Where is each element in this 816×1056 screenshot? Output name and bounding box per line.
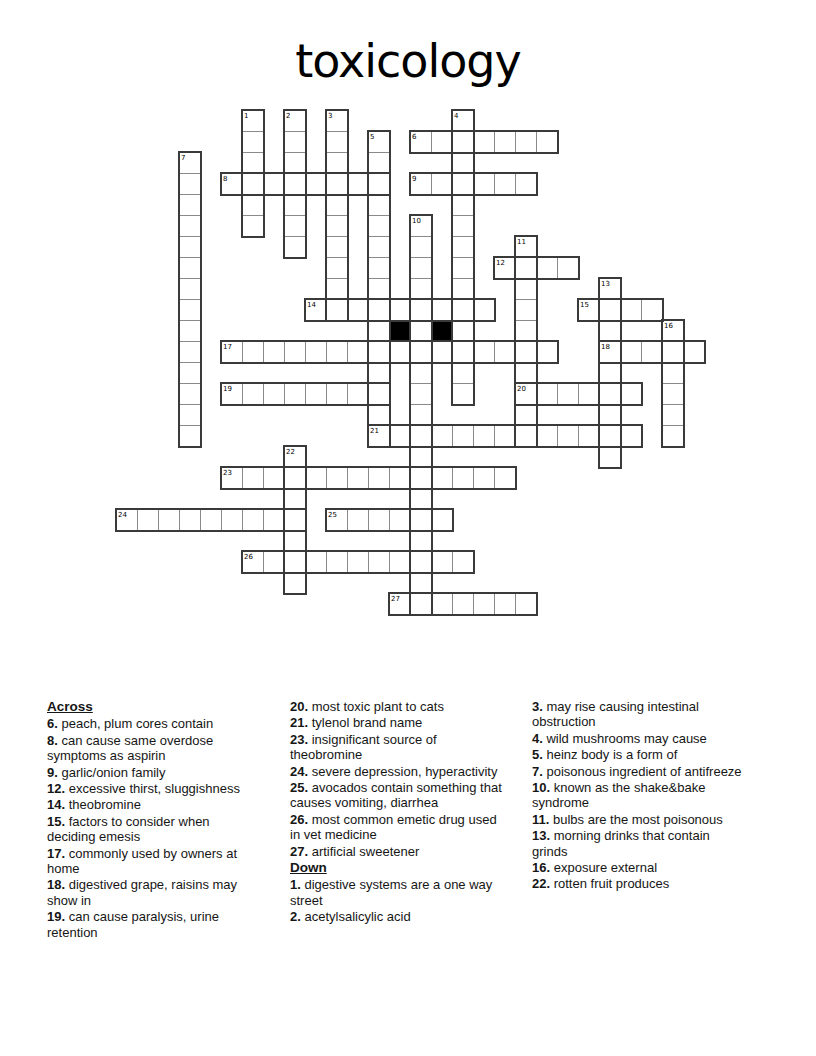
clue-number-label: 12.	[47, 781, 65, 796]
grid-cell[interactable]	[578, 383, 600, 405]
clue-number-label: 2.	[290, 909, 301, 924]
grid-cell[interactable]	[221, 467, 243, 489]
grid-cell[interactable]	[284, 551, 306, 573]
grid-cell[interactable]	[242, 383, 264, 405]
crossword-page: toxicology 68912141517181920212324252627…	[0, 0, 816, 1056]
grid-cell[interactable]	[179, 341, 201, 363]
grid-cell[interactable]	[494, 341, 516, 363]
grid-cell[interactable]	[179, 236, 201, 258]
clue-number-label: 11.	[532, 812, 549, 827]
grid-cell[interactable]	[452, 320, 474, 342]
grid-cell[interactable]	[347, 299, 369, 321]
grid-cell[interactable]	[662, 362, 684, 384]
grid-cell[interactable]	[473, 173, 495, 195]
grid-cell[interactable]	[452, 131, 474, 153]
grid-cell[interactable]	[179, 383, 201, 405]
clue-across-17: 17. commonly used by owners at home	[47, 846, 261, 877]
grid-cell[interactable]	[410, 509, 432, 531]
clue-down-3: 3. may rise causing intestinal obstructi…	[532, 699, 746, 730]
grid-cell[interactable]	[515, 425, 537, 447]
grid-cell[interactable]	[662, 341, 684, 363]
grid-cell[interactable]	[410, 425, 432, 447]
clues-column-2: 20. most toxic plant to cats21. tylenol …	[290, 699, 504, 926]
clue-number-label: 6.	[47, 716, 58, 731]
grid-cell[interactable]	[410, 320, 432, 342]
grid-cell[interactable]	[557, 257, 579, 279]
grid-cell[interactable]	[494, 467, 516, 489]
grid-cell[interactable]	[431, 593, 453, 615]
clue-number-label: 4.	[532, 731, 543, 746]
grid-cell[interactable]	[536, 383, 558, 405]
grid-cell[interactable]	[599, 299, 621, 321]
grid-cell[interactable]	[326, 173, 348, 195]
grid-cell[interactable]	[368, 362, 390, 384]
clue-down-16: 16. exposure external	[532, 860, 746, 875]
clue-number-label: 24.	[290, 764, 308, 779]
grid-cell[interactable]	[452, 278, 474, 300]
grid-cell[interactable]	[389, 593, 411, 615]
grid-cell[interactable]	[452, 299, 474, 321]
grid-cell[interactable]	[326, 236, 348, 258]
grid-cell[interactable]	[662, 425, 684, 447]
grid-cell[interactable]	[431, 299, 453, 321]
grid-cell[interactable]	[263, 383, 285, 405]
grid-cell[interactable]	[452, 173, 474, 195]
grid-cell[interactable]	[368, 425, 390, 447]
clue-across-27: 27. artificial sweetener	[290, 844, 504, 859]
grid-cell[interactable]	[473, 593, 495, 615]
across-heading: Across	[47, 699, 261, 714]
grid-cell[interactable]	[473, 299, 495, 321]
clues-column-3: 3. may rise causing intestinal obstructi…	[532, 699, 746, 893]
clue-across-24: 24. severe depression, hyperactivity	[290, 764, 504, 779]
grid-cell[interactable]	[515, 404, 537, 426]
grid-cell[interactable]	[200, 509, 222, 531]
grid-cell[interactable]	[452, 152, 474, 174]
grid-cell[interactable]	[326, 299, 348, 321]
grid-cell[interactable]	[410, 278, 432, 300]
grid-cell[interactable]	[578, 299, 600, 321]
clue-across-12: 12. excessive thirst, sluggishness	[47, 781, 261, 796]
clue-across-20: 20. most toxic plant to cats	[290, 699, 504, 714]
grid-cell[interactable]	[347, 467, 369, 489]
grid-cell[interactable]	[368, 299, 390, 321]
grid-cell[interactable]	[431, 131, 453, 153]
grid-cell[interactable]	[326, 383, 348, 405]
grid-cell[interactable]	[242, 152, 264, 174]
grid-cell[interactable]	[242, 215, 264, 237]
black-cell	[431, 320, 453, 342]
clue-number-label: 20.	[290, 699, 308, 714]
clue-number-label: 7.	[532, 764, 543, 779]
grid-cell[interactable]	[431, 467, 453, 489]
grid-cell[interactable]	[305, 383, 327, 405]
grid-cell[interactable]	[410, 362, 432, 384]
grid-cell[interactable]	[452, 236, 474, 258]
grid-cell[interactable]	[620, 341, 642, 363]
grid-cell[interactable]	[662, 404, 684, 426]
grid-cell[interactable]	[221, 341, 243, 363]
clue-down-2: 2. acetylsalicylic acid	[290, 909, 504, 924]
grid-cell[interactable]	[284, 341, 306, 363]
grid-cell[interactable]	[242, 467, 264, 489]
grid-cell[interactable]	[242, 551, 264, 573]
grid-cell[interactable]	[515, 257, 537, 279]
grid-cell[interactable]	[221, 173, 243, 195]
grid-cell[interactable]	[410, 257, 432, 279]
clue-across-23: 23. insignificant source of theobromine	[290, 732, 504, 763]
grid-cell[interactable]	[452, 194, 474, 216]
grid-cell[interactable]	[242, 173, 264, 195]
clue-down-7: 7. poisonous ingredient of antifreeze	[532, 764, 746, 779]
clue-across-25: 25. avocados contain something that caus…	[290, 780, 504, 811]
grid-cell[interactable]	[452, 362, 474, 384]
grid-cell[interactable]	[368, 257, 390, 279]
clue-number-label: 1.	[290, 877, 301, 892]
grid-cell[interactable]	[368, 341, 390, 363]
grid-cell[interactable]	[515, 278, 537, 300]
grid-cell[interactable]	[305, 551, 327, 573]
clue-number-label: 13.	[532, 828, 550, 843]
grid-cell[interactable]	[410, 572, 432, 594]
grid-cell[interactable]	[368, 467, 390, 489]
clue-across-8: 8. can cause same overdose symptoms as a…	[47, 733, 261, 764]
grid-cell[interactable]	[641, 341, 663, 363]
grid-cell[interactable]	[368, 173, 390, 195]
grid-cell[interactable]	[389, 551, 411, 573]
clue-number-label: 8.	[47, 733, 58, 748]
clue-number-label: 17.	[47, 846, 65, 861]
grid-cell[interactable]	[452, 593, 474, 615]
grid-cell[interactable]	[452, 467, 474, 489]
clue-number-label: 27.	[290, 844, 308, 859]
grid-cell[interactable]	[494, 593, 516, 615]
grid-cell[interactable]	[410, 299, 432, 321]
grid-cell[interactable]	[515, 320, 537, 342]
grid-cell[interactable]	[284, 236, 306, 258]
grid-cell[interactable]	[284, 446, 306, 468]
grid-cell[interactable]	[284, 467, 306, 489]
grid-cell[interactable]	[515, 299, 537, 321]
grid-cell[interactable]	[326, 152, 348, 174]
down-heading: Down	[290, 860, 504, 875]
grid-cell[interactable]	[536, 131, 558, 153]
grid-cell[interactable]	[536, 257, 558, 279]
grid-cell[interactable]	[452, 383, 474, 405]
clue-number-label: 5.	[532, 747, 543, 762]
grid-cell[interactable]	[578, 425, 600, 447]
grid-cell[interactable]	[284, 152, 306, 174]
grid-cell[interactable]	[431, 425, 453, 447]
clue-down-11: 11. bulbs are the most poisonous	[532, 812, 746, 827]
grid-cell[interactable]	[179, 173, 201, 195]
grid-cell[interactable]	[242, 509, 264, 531]
clue-across-26: 26. most common emetic drug used in vet …	[290, 812, 504, 843]
grid-cell[interactable]	[389, 341, 411, 363]
grid-cell[interactable]	[305, 299, 327, 321]
grid-cell[interactable]	[284, 383, 306, 405]
grid-cell[interactable]	[452, 341, 474, 363]
grid-cell[interactable]	[347, 173, 369, 195]
grid-cell[interactable]	[515, 383, 537, 405]
grid-cell[interactable]	[221, 383, 243, 405]
grid-cell[interactable]	[620, 425, 642, 447]
grid-cell[interactable]	[221, 509, 243, 531]
grid-cell[interactable]	[473, 425, 495, 447]
clue-across-14: 14. theobromine	[47, 797, 261, 812]
grid-cell[interactable]	[431, 173, 453, 195]
clue-across-9: 9. garlic/onion family	[47, 765, 261, 780]
grid-cell[interactable]	[515, 593, 537, 615]
grid-cell[interactable]	[284, 530, 306, 552]
clue-across-18: 18. digestived grape, raisins may show i…	[47, 877, 261, 908]
grid-cell[interactable]	[473, 131, 495, 153]
clue-number-label: 23.	[290, 732, 308, 747]
grid-cell[interactable]	[494, 131, 516, 153]
grid-cell[interactable]	[389, 425, 411, 447]
grid-cell[interactable]	[599, 341, 621, 363]
clue-number-label: 10.	[532, 780, 550, 795]
grid-cell[interactable]	[683, 341, 705, 363]
grid-cell[interactable]	[410, 530, 432, 552]
grid-cell[interactable]	[326, 341, 348, 363]
grid-cell[interactable]	[410, 593, 432, 615]
grid-cell[interactable]	[179, 257, 201, 279]
grid-cell[interactable]	[179, 299, 201, 321]
clue-down-10: 10. known as the shake&bake syndrome	[532, 780, 746, 811]
clue-down-1: 1. digestive systems are a one way stree…	[290, 877, 504, 908]
grid-cell[interactable]	[179, 362, 201, 384]
clue-across-6: 6. peach, plum cores contain	[47, 716, 261, 731]
clue-across-21: 21. tylenol brand name	[290, 715, 504, 730]
clue-number-label: 25.	[290, 780, 308, 795]
clue-number-label: 3.	[532, 699, 543, 714]
grid-cell[interactable]	[284, 215, 306, 237]
grid-cell[interactable]	[347, 383, 369, 405]
grid-cell[interactable]	[599, 320, 621, 342]
grid-cell[interactable]	[242, 341, 264, 363]
grid-cell[interactable]	[599, 383, 621, 405]
grid-cell[interactable]	[410, 173, 432, 195]
grid-cell[interactable]	[347, 551, 369, 573]
grid-cell[interactable]	[641, 299, 663, 321]
grid-cell[interactable]	[179, 278, 201, 300]
grid-cell[interactable]	[284, 110, 306, 132]
grid-cell[interactable]	[263, 341, 285, 363]
grid-cell[interactable]	[410, 341, 432, 363]
grid-cell[interactable]	[326, 278, 348, 300]
grid-cell[interactable]	[368, 551, 390, 573]
grid-cell[interactable]	[662, 383, 684, 405]
clue-number-label: 22.	[532, 876, 550, 891]
grid-cell[interactable]	[389, 509, 411, 531]
grid-cell[interactable]	[452, 215, 474, 237]
clue-number-label: 14.	[47, 797, 65, 812]
grid-cell[interactable]	[389, 299, 411, 321]
grid-cell[interactable]	[410, 215, 432, 237]
puzzle-title: toxicology	[0, 34, 816, 88]
grid-cell[interactable]	[179, 215, 201, 237]
grid-cell[interactable]	[494, 173, 516, 195]
grid-cell[interactable]	[179, 425, 201, 447]
grid-cell[interactable]	[326, 110, 348, 132]
grid-cell[interactable]	[515, 236, 537, 258]
grid-cell[interactable]	[368, 215, 390, 237]
grid-cell[interactable]	[473, 467, 495, 489]
grid-cell[interactable]	[410, 551, 432, 573]
clues-column-1: Across6. peach, plum cores contain8. can…	[47, 699, 261, 941]
grid-cell[interactable]	[452, 551, 474, 573]
grid-cell[interactable]	[326, 509, 348, 531]
grid-cell[interactable]	[284, 572, 306, 594]
clue-down-5: 5. heinz body is a form of	[532, 747, 746, 762]
grid-cell[interactable]	[515, 341, 537, 363]
grid-cell[interactable]	[326, 194, 348, 216]
grid-cell[interactable]	[599, 446, 621, 468]
grid-cell[interactable]	[536, 425, 558, 447]
clue-down-13: 13. morning drinks that contain grinds	[532, 828, 746, 859]
clue-number-label: 16.	[532, 860, 550, 875]
grid-cell[interactable]	[494, 425, 516, 447]
grid-cell[interactable]	[242, 131, 264, 153]
grid-cell[interactable]	[599, 362, 621, 384]
grid-cell[interactable]	[452, 257, 474, 279]
grid-cell[interactable]	[179, 320, 201, 342]
grid-cell[interactable]	[326, 467, 348, 489]
grid-cell[interactable]	[326, 131, 348, 153]
grid-cell[interactable]	[368, 278, 390, 300]
grid-cell[interactable]	[242, 110, 264, 132]
grid-cell[interactable]	[347, 509, 369, 531]
clue-number-label: 19.	[47, 909, 65, 924]
clue-across-15: 15. factors to consider when deciding em…	[47, 814, 261, 845]
grid-cell[interactable]	[368, 509, 390, 531]
grid-cell[interactable]	[599, 404, 621, 426]
grid-cell[interactable]	[179, 152, 201, 174]
grid-cell[interactable]	[452, 110, 474, 132]
grid-cell[interactable]	[284, 173, 306, 195]
grid-cell[interactable]	[410, 236, 432, 258]
grid-cell[interactable]	[347, 341, 369, 363]
clue-number-label: 15.	[47, 814, 65, 829]
grid-cell[interactable]	[599, 278, 621, 300]
clue-down-22: 22. rotten fruit produces	[532, 876, 746, 891]
grid-cell[interactable]	[410, 467, 432, 489]
grid-cell[interactable]	[473, 341, 495, 363]
grid-cell[interactable]	[557, 425, 579, 447]
grid-cell[interactable]	[263, 551, 285, 573]
grid-cell[interactable]	[368, 320, 390, 342]
grid-cell[interactable]	[368, 152, 390, 174]
grid-cell[interactable]	[536, 341, 558, 363]
grid-cell[interactable]	[137, 509, 159, 531]
grid-cell[interactable]	[620, 299, 642, 321]
grid-cell[interactable]	[284, 509, 306, 531]
grid-cell[interactable]	[116, 509, 138, 531]
clue-number-label: 26.	[290, 812, 308, 827]
grid-cell[interactable]	[410, 488, 432, 510]
grid-cell[interactable]	[179, 509, 201, 531]
grid-cell[interactable]	[368, 236, 390, 258]
grid-cell[interactable]	[515, 131, 537, 153]
grid-cell[interactable]	[326, 257, 348, 279]
grid-cell[interactable]	[158, 509, 180, 531]
grid-cell[interactable]	[263, 509, 285, 531]
grid-cell[interactable]	[410, 383, 432, 405]
grid-cell[interactable]	[179, 194, 201, 216]
clue-number-label: 18.	[47, 877, 65, 892]
grid-cell[interactable]	[494, 257, 516, 279]
grid-cell[interactable]	[452, 425, 474, 447]
grid-cell[interactable]	[305, 467, 327, 489]
grid-cell[interactable]	[620, 383, 642, 405]
grid-cell[interactable]	[410, 131, 432, 153]
grid-cell[interactable]	[431, 509, 453, 531]
grid-cell[interactable]	[389, 467, 411, 489]
grid-cell[interactable]	[431, 341, 453, 363]
grid-cell[interactable]	[305, 173, 327, 195]
grid-cell[interactable]	[284, 488, 306, 510]
grid-cell[interactable]	[179, 404, 201, 426]
grid-cell[interactable]	[515, 362, 537, 384]
grid-cell[interactable]	[662, 320, 684, 342]
grid-cell[interactable]	[305, 341, 327, 363]
grid-cell[interactable]	[326, 215, 348, 237]
grid-cell[interactable]	[368, 383, 390, 405]
grid-cell[interactable]	[263, 467, 285, 489]
grid-cell[interactable]	[599, 425, 621, 447]
grid-cell[interactable]	[368, 404, 390, 426]
black-cell	[389, 320, 411, 342]
grid-cell[interactable]	[326, 551, 348, 573]
grid-cell[interactable]	[368, 131, 390, 153]
grid-cell[interactable]	[368, 194, 390, 216]
grid-cell[interactable]	[242, 194, 264, 216]
grid-cell[interactable]	[284, 131, 306, 153]
grid-cell[interactable]	[410, 446, 432, 468]
grid-cell[interactable]	[284, 194, 306, 216]
clue-down-4: 4. wild mushrooms may cause	[532, 731, 746, 746]
clue-number-label: 21.	[290, 715, 308, 730]
clue-across-19: 19. can cause paralysis, urine retention	[47, 909, 261, 940]
clue-number-label: 9.	[47, 765, 58, 780]
grid-cell[interactable]	[431, 551, 453, 573]
grid-cell[interactable]	[515, 173, 537, 195]
grid-cell[interactable]	[410, 404, 432, 426]
grid-cell[interactable]	[557, 383, 579, 405]
grid-cell[interactable]	[263, 173, 285, 195]
